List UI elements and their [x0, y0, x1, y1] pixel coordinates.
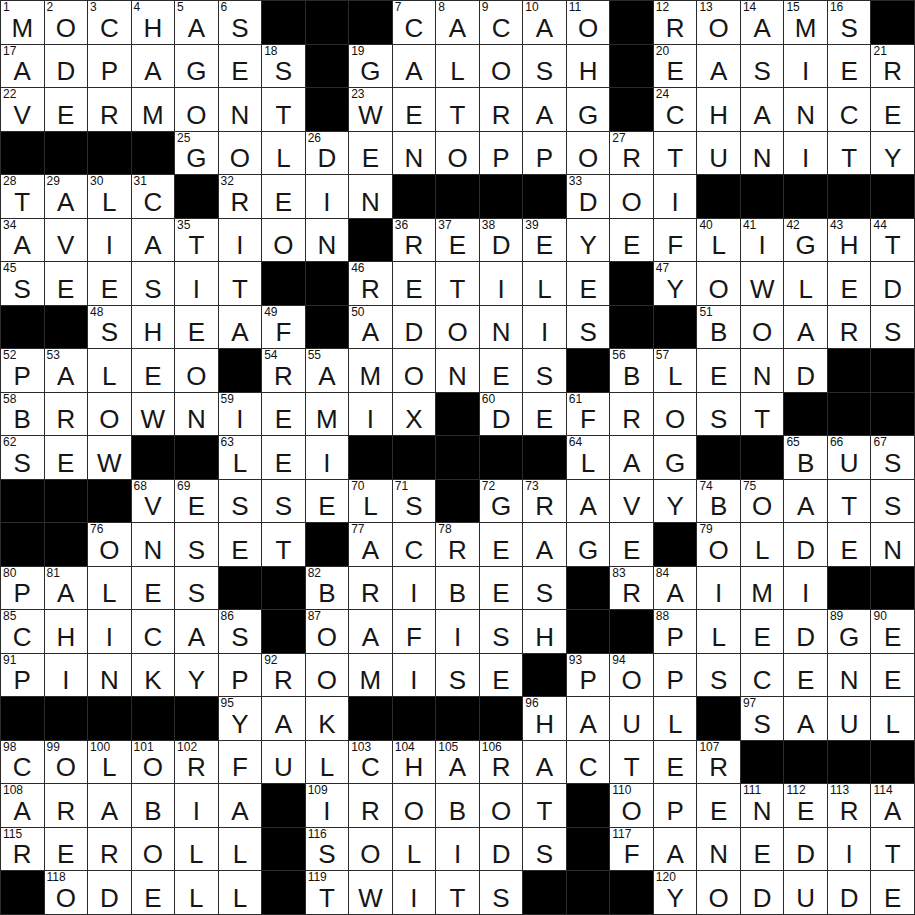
grid-cell[interactable]: V	[610, 480, 653, 523]
grid-cell[interactable]: C	[393, 523, 436, 566]
grid-cell[interactable]: I	[523, 306, 566, 349]
grid-cell[interactable]: A	[741, 88, 784, 131]
grid-cell[interactable]: 84A	[654, 567, 697, 610]
grid-cell[interactable]: R	[349, 567, 392, 610]
grid-cell[interactable]: P	[480, 132, 523, 175]
grid-cell[interactable]: E	[784, 654, 827, 697]
grid-cell[interactable]: 25G	[175, 132, 218, 175]
grid-cell[interactable]: F	[654, 219, 697, 262]
grid-cell[interactable]: T	[828, 480, 871, 523]
grid-cell[interactable]: A	[567, 697, 610, 740]
grid-cell[interactable]: I	[393, 567, 436, 610]
grid-cell[interactable]: K	[306, 697, 349, 740]
grid-cell[interactable]: W	[741, 262, 784, 305]
grid-cell[interactable]: O	[393, 784, 436, 827]
grid-cell[interactable]: T	[262, 523, 305, 566]
grid-cell[interactable]: D	[393, 306, 436, 349]
grid-cell[interactable]: E	[654, 741, 697, 784]
grid-cell[interactable]: 35T	[175, 219, 218, 262]
grid-cell[interactable]: E	[523, 393, 566, 436]
grid-cell[interactable]: 28T	[1, 175, 44, 218]
grid-cell[interactable]: A	[610, 436, 653, 479]
grid-cell[interactable]: 111N	[741, 784, 784, 827]
grid-cell[interactable]: E	[741, 610, 784, 653]
grid-cell[interactable]: O	[480, 784, 523, 827]
grid-cell[interactable]: D	[784, 610, 827, 653]
grid-cell[interactable]: I	[436, 610, 479, 653]
grid-cell[interactable]: 107R	[697, 741, 740, 784]
grid-cell[interactable]: 60D	[480, 393, 523, 436]
grid-cell[interactable]: 94O	[610, 654, 653, 697]
grid-cell[interactable]: L	[697, 610, 740, 653]
grid-cell[interactable]: H	[697, 88, 740, 131]
grid-cell[interactable]: E	[610, 523, 653, 566]
grid-cell[interactable]: E	[219, 523, 262, 566]
grid-cell[interactable]: 31C	[132, 175, 175, 218]
grid-cell[interactable]: E	[871, 88, 914, 131]
grid-cell[interactable]: E	[480, 349, 523, 392]
grid-cell[interactable]: W	[132, 393, 175, 436]
grid-cell[interactable]: P	[654, 784, 697, 827]
grid-cell[interactable]: Y	[175, 654, 218, 697]
grid-cell[interactable]: 48S	[88, 306, 131, 349]
grid-cell[interactable]: 49F	[262, 306, 305, 349]
grid-cell[interactable]: 1M	[1, 1, 44, 44]
grid-cell[interactable]: D	[45, 45, 88, 88]
grid-cell[interactable]: 5A	[175, 1, 218, 44]
grid-cell[interactable]: 8A	[436, 1, 479, 44]
grid-cell[interactable]: 2O	[45, 1, 88, 44]
grid-cell[interactable]: H	[132, 306, 175, 349]
grid-cell[interactable]: 78R	[436, 523, 479, 566]
grid-cell[interactable]: E	[132, 567, 175, 610]
grid-cell[interactable]: E	[480, 654, 523, 697]
grid-cell[interactable]: N	[306, 219, 349, 262]
grid-cell[interactable]: 101O	[132, 741, 175, 784]
grid-cell[interactable]: 97S	[741, 697, 784, 740]
grid-cell[interactable]: R	[88, 828, 131, 871]
grid-cell[interactable]: P	[88, 45, 131, 88]
grid-cell[interactable]: 103C	[349, 741, 392, 784]
grid-cell[interactable]: M	[306, 393, 349, 436]
grid-cell[interactable]: 64L	[567, 436, 610, 479]
grid-cell[interactable]: L	[175, 828, 218, 871]
grid-cell[interactable]: 73R	[523, 480, 566, 523]
grid-cell[interactable]: A	[523, 741, 566, 784]
grid-cell[interactable]: 83R	[610, 567, 653, 610]
grid-cell[interactable]: R	[45, 784, 88, 827]
grid-cell[interactable]: S	[523, 567, 566, 610]
grid-cell[interactable]: 90E	[871, 610, 914, 653]
grid-cell[interactable]: A	[349, 610, 392, 653]
grid-cell[interactable]: 51B	[697, 306, 740, 349]
grid-cell[interactable]: I	[393, 871, 436, 914]
grid-cell[interactable]: L	[88, 349, 131, 392]
grid-cell[interactable]: E	[393, 262, 436, 305]
grid-cell[interactable]: W	[349, 871, 392, 914]
grid-cell[interactable]: 113R	[828, 784, 871, 827]
grid-cell[interactable]: E	[741, 828, 784, 871]
grid-cell[interactable]: A	[262, 697, 305, 740]
grid-cell[interactable]: E	[828, 45, 871, 88]
grid-cell[interactable]: I	[306, 175, 349, 218]
grid-cell[interactable]: I	[175, 784, 218, 827]
grid-cell[interactable]: Y	[654, 480, 697, 523]
grid-cell[interactable]: I	[784, 132, 827, 175]
grid-cell[interactable]: B	[436, 784, 479, 827]
grid-cell[interactable]: 112E	[784, 784, 827, 827]
grid-cell[interactable]: E	[828, 262, 871, 305]
grid-cell[interactable]: N	[219, 88, 262, 131]
grid-cell[interactable]: T	[436, 88, 479, 131]
grid-cell[interactable]: O	[654, 393, 697, 436]
grid-cell[interactable]: 80P	[1, 567, 44, 610]
grid-cell[interactable]: 85C	[1, 610, 44, 653]
grid-cell[interactable]: S	[871, 480, 914, 523]
grid-cell[interactable]: 95Y	[219, 697, 262, 740]
grid-cell[interactable]: A	[523, 88, 566, 131]
grid-cell[interactable]: E	[828, 523, 871, 566]
grid-cell[interactable]: 12R	[654, 1, 697, 44]
grid-cell[interactable]: 9C	[480, 1, 523, 44]
grid-cell[interactable]: X	[393, 393, 436, 436]
grid-cell[interactable]: 98C	[1, 741, 44, 784]
grid-cell[interactable]: E	[871, 871, 914, 914]
grid-cell[interactable]: 120Y	[654, 871, 697, 914]
grid-cell[interactable]: P	[219, 654, 262, 697]
grid-cell[interactable]: 21R	[871, 45, 914, 88]
grid-cell[interactable]: E	[871, 654, 914, 697]
grid-cell[interactable]: 86S	[219, 610, 262, 653]
grid-cell[interactable]: A	[784, 306, 827, 349]
grid-cell[interactable]: 61F	[567, 393, 610, 436]
grid-cell[interactable]: I	[784, 567, 827, 610]
grid-cell[interactable]: E	[262, 175, 305, 218]
grid-cell[interactable]: S	[219, 480, 262, 523]
grid-cell[interactable]: 18S	[262, 45, 305, 88]
grid-cell[interactable]: Y	[871, 132, 914, 175]
grid-cell[interactable]: I	[219, 219, 262, 262]
grid-cell[interactable]: 118O	[45, 871, 88, 914]
grid-cell[interactable]: T	[219, 262, 262, 305]
grid-cell[interactable]: O	[697, 262, 740, 305]
grid-cell[interactable]: V	[45, 219, 88, 262]
grid-cell[interactable]: 119T	[306, 871, 349, 914]
grid-cell[interactable]: 66U	[828, 436, 871, 479]
grid-cell[interactable]: 116S	[306, 828, 349, 871]
grid-cell[interactable]: L	[871, 697, 914, 740]
grid-cell[interactable]: O	[393, 349, 436, 392]
grid-cell[interactable]: A	[219, 306, 262, 349]
grid-cell[interactable]: A	[393, 45, 436, 88]
grid-cell[interactable]: A	[219, 784, 262, 827]
grid-cell[interactable]: U	[784, 871, 827, 914]
grid-cell[interactable]: L	[784, 262, 827, 305]
grid-cell[interactable]: 39E	[523, 219, 566, 262]
grid-cell[interactable]: I	[306, 436, 349, 479]
grid-cell[interactable]: S	[132, 262, 175, 305]
grid-cell[interactable]: 55A	[306, 349, 349, 392]
grid-cell[interactable]: 34A	[1, 219, 44, 262]
grid-cell[interactable]: L	[654, 697, 697, 740]
grid-cell[interactable]: A	[697, 45, 740, 88]
grid-cell[interactable]: N	[132, 523, 175, 566]
grid-cell[interactable]: N	[828, 654, 871, 697]
grid-cell[interactable]: L	[436, 45, 479, 88]
grid-cell[interactable]: 100L	[88, 741, 131, 784]
grid-cell[interactable]: 43H	[828, 219, 871, 262]
grid-cell[interactable]: M	[741, 567, 784, 610]
grid-cell[interactable]: 57L	[654, 349, 697, 392]
grid-cell[interactable]: 40L	[697, 219, 740, 262]
grid-cell[interactable]: 47Y	[654, 262, 697, 305]
grid-cell[interactable]: A	[88, 784, 131, 827]
grid-cell[interactable]: N	[741, 132, 784, 175]
grid-cell[interactable]: 17A	[1, 45, 44, 88]
grid-cell[interactable]: E	[567, 262, 610, 305]
grid-cell[interactable]: 37E	[436, 219, 479, 262]
grid-cell[interactable]: U	[610, 697, 653, 740]
grid-cell[interactable]: 88P	[654, 610, 697, 653]
grid-cell[interactable]: U	[262, 741, 305, 784]
grid-cell[interactable]: 41I	[741, 219, 784, 262]
grid-cell[interactable]: 33D	[567, 175, 610, 218]
grid-cell[interactable]: N	[697, 828, 740, 871]
grid-cell[interactable]: E	[306, 480, 349, 523]
grid-cell[interactable]: P	[523, 132, 566, 175]
grid-cell[interactable]: 27R	[610, 132, 653, 175]
grid-cell[interactable]: O	[567, 132, 610, 175]
grid-cell[interactable]: S	[523, 828, 566, 871]
grid-cell[interactable]: L	[88, 567, 131, 610]
grid-cell[interactable]: 46R	[349, 262, 392, 305]
grid-cell[interactable]: 115R	[1, 828, 44, 871]
grid-cell[interactable]: D	[784, 523, 827, 566]
grid-cell[interactable]: U	[697, 132, 740, 175]
grid-cell[interactable]: E	[132, 871, 175, 914]
grid-cell[interactable]: K	[132, 654, 175, 697]
grid-cell[interactable]: E	[393, 88, 436, 131]
grid-cell[interactable]: N	[871, 523, 914, 566]
grid-cell[interactable]: 42G	[784, 219, 827, 262]
grid-cell[interactable]: L	[523, 262, 566, 305]
grid-cell[interactable]: A	[132, 219, 175, 262]
grid-cell[interactable]: 68V	[132, 480, 175, 523]
grid-cell[interactable]: 45S	[1, 262, 44, 305]
grid-cell[interactable]: N	[480, 306, 523, 349]
grid-cell[interactable]: I	[697, 567, 740, 610]
grid-cell[interactable]: N	[741, 349, 784, 392]
grid-cell[interactable]: M	[349, 349, 392, 392]
grid-cell[interactable]: E	[175, 306, 218, 349]
grid-cell[interactable]: C	[741, 654, 784, 697]
grid-cell[interactable]: O	[306, 654, 349, 697]
grid-cell[interactable]: D	[828, 871, 871, 914]
grid-cell[interactable]: 104H	[393, 741, 436, 784]
grid-cell[interactable]: T	[741, 393, 784, 436]
grid-cell[interactable]: D	[88, 871, 131, 914]
grid-cell[interactable]: E	[45, 262, 88, 305]
grid-cell[interactable]: I	[45, 654, 88, 697]
grid-cell[interactable]: 108A	[1, 784, 44, 827]
grid-cell[interactable]: N	[349, 175, 392, 218]
grid-cell[interactable]: 87O	[306, 610, 349, 653]
grid-cell[interactable]: O	[175, 349, 218, 392]
grid-cell[interactable]: 70L	[349, 480, 392, 523]
grid-cell[interactable]: 72G	[480, 480, 523, 523]
grid-cell[interactable]: S	[567, 306, 610, 349]
grid-cell[interactable]: 105A	[436, 741, 479, 784]
grid-cell[interactable]: I	[654, 175, 697, 218]
grid-cell[interactable]: A	[175, 610, 218, 653]
grid-cell[interactable]: I	[784, 45, 827, 88]
grid-cell[interactable]: E	[219, 45, 262, 88]
grid-cell[interactable]: O	[741, 306, 784, 349]
grid-cell[interactable]: R	[610, 393, 653, 436]
grid-cell[interactable]: R	[480, 88, 523, 131]
grid-cell[interactable]: 26D	[306, 132, 349, 175]
grid-cell[interactable]: S	[262, 480, 305, 523]
grid-cell[interactable]: 109I	[306, 784, 349, 827]
grid-cell[interactable]: 77A	[349, 523, 392, 566]
grid-cell[interactable]: M	[132, 88, 175, 131]
grid-cell[interactable]: S	[480, 610, 523, 653]
grid-cell[interactable]: 58B	[1, 393, 44, 436]
grid-cell[interactable]: A	[654, 828, 697, 871]
grid-cell[interactable]: S	[741, 45, 784, 88]
grid-cell[interactable]: N	[88, 654, 131, 697]
grid-cell[interactable]: A	[567, 480, 610, 523]
grid-cell[interactable]: O	[132, 828, 175, 871]
grid-cell[interactable]: 71S	[393, 480, 436, 523]
grid-cell[interactable]: E	[88, 262, 131, 305]
grid-cell[interactable]: 13O	[697, 1, 740, 44]
grid-cell[interactable]: A	[523, 523, 566, 566]
grid-cell[interactable]: I	[349, 393, 392, 436]
grid-cell[interactable]: H	[567, 45, 610, 88]
grid-cell[interactable]: 6S	[219, 1, 262, 44]
grid-cell[interactable]: T	[871, 828, 914, 871]
grid-cell[interactable]: E	[262, 393, 305, 436]
grid-cell[interactable]: I	[393, 654, 436, 697]
grid-cell[interactable]: R	[349, 784, 392, 827]
grid-cell[interactable]: 82B	[306, 567, 349, 610]
grid-cell[interactable]: 59I	[219, 393, 262, 436]
grid-cell[interactable]: 96H	[523, 697, 566, 740]
grid-cell[interactable]: L	[306, 741, 349, 784]
grid-cell[interactable]: G	[654, 436, 697, 479]
grid-cell[interactable]: S	[697, 393, 740, 436]
grid-cell[interactable]: 54R	[262, 349, 305, 392]
grid-cell[interactable]: E	[262, 436, 305, 479]
grid-cell[interactable]: T	[436, 871, 479, 914]
grid-cell[interactable]: 65B	[784, 436, 827, 479]
grid-cell[interactable]: 89G	[828, 610, 871, 653]
grid-cell[interactable]: S	[175, 567, 218, 610]
grid-cell[interactable]: S	[697, 654, 740, 697]
grid-cell[interactable]: O	[480, 45, 523, 88]
grid-cell[interactable]: L	[175, 871, 218, 914]
grid-cell[interactable]: 63L	[219, 436, 262, 479]
grid-cell[interactable]: 32R	[219, 175, 262, 218]
grid-cell[interactable]: E	[132, 349, 175, 392]
grid-cell[interactable]: O	[436, 306, 479, 349]
grid-cell[interactable]: 20E	[654, 45, 697, 88]
grid-cell[interactable]: A	[784, 480, 827, 523]
grid-cell[interactable]: 29A	[45, 175, 88, 218]
grid-cell[interactable]: O	[88, 393, 131, 436]
grid-cell[interactable]: R	[88, 88, 131, 131]
grid-cell[interactable]: O	[175, 88, 218, 131]
grid-cell[interactable]: D	[784, 828, 827, 871]
grid-cell[interactable]: T	[828, 132, 871, 175]
grid-cell[interactable]: 92R	[262, 654, 305, 697]
grid-cell[interactable]: H	[523, 610, 566, 653]
grid-cell[interactable]: O	[219, 132, 262, 175]
grid-cell[interactable]: T	[610, 741, 653, 784]
grid-cell[interactable]: L	[741, 523, 784, 566]
grid-cell[interactable]: G	[175, 45, 218, 88]
grid-cell[interactable]: 22V	[1, 88, 44, 131]
grid-cell[interactable]: I	[88, 219, 131, 262]
grid-cell[interactable]: N	[175, 393, 218, 436]
grid-cell[interactable]: 93P	[567, 654, 610, 697]
grid-cell[interactable]: E	[480, 567, 523, 610]
grid-cell[interactable]: T	[262, 88, 305, 131]
grid-cell[interactable]: 53A	[45, 349, 88, 392]
grid-cell[interactable]: B	[132, 784, 175, 827]
grid-cell[interactable]: E	[45, 88, 88, 131]
grid-cell[interactable]: S	[175, 523, 218, 566]
grid-cell[interactable]: N	[393, 132, 436, 175]
grid-cell[interactable]: 102R	[175, 741, 218, 784]
grid-cell[interactable]: N	[784, 88, 827, 131]
grid-cell[interactable]: R	[45, 393, 88, 436]
grid-cell[interactable]: 79O	[697, 523, 740, 566]
grid-cell[interactable]: F	[393, 610, 436, 653]
grid-cell[interactable]: T	[436, 262, 479, 305]
grid-cell[interactable]: 114A	[871, 784, 914, 827]
grid-cell[interactable]: 19G	[349, 45, 392, 88]
grid-cell[interactable]: 36R	[393, 219, 436, 262]
grid-cell[interactable]: 117F	[610, 828, 653, 871]
grid-cell[interactable]: U	[828, 697, 871, 740]
grid-cell[interactable]: F	[219, 741, 262, 784]
grid-cell[interactable]: T	[654, 132, 697, 175]
grid-cell[interactable]: L	[262, 132, 305, 175]
grid-cell[interactable]: S	[523, 349, 566, 392]
grid-cell[interactable]: P	[654, 654, 697, 697]
grid-cell[interactable]: A	[784, 697, 827, 740]
grid-cell[interactable]: O	[262, 219, 305, 262]
grid-cell[interactable]: O	[436, 132, 479, 175]
grid-cell[interactable]: 110O	[610, 784, 653, 827]
grid-cell[interactable]: 16S	[828, 1, 871, 44]
grid-cell[interactable]: D	[741, 871, 784, 914]
grid-cell[interactable]: 3C	[88, 1, 131, 44]
grid-cell[interactable]: E	[610, 219, 653, 262]
grid-cell[interactable]: 81A	[45, 567, 88, 610]
grid-cell[interactable]: C	[828, 88, 871, 131]
grid-cell[interactable]: I	[480, 262, 523, 305]
grid-cell[interactable]: 69E	[175, 480, 218, 523]
grid-cell[interactable]: C	[567, 741, 610, 784]
grid-cell[interactable]: O	[697, 871, 740, 914]
grid-cell[interactable]: 99O	[45, 741, 88, 784]
grid-cell[interactable]: E	[45, 828, 88, 871]
grid-cell[interactable]: 52P	[1, 349, 44, 392]
grid-cell[interactable]: O	[610, 175, 653, 218]
